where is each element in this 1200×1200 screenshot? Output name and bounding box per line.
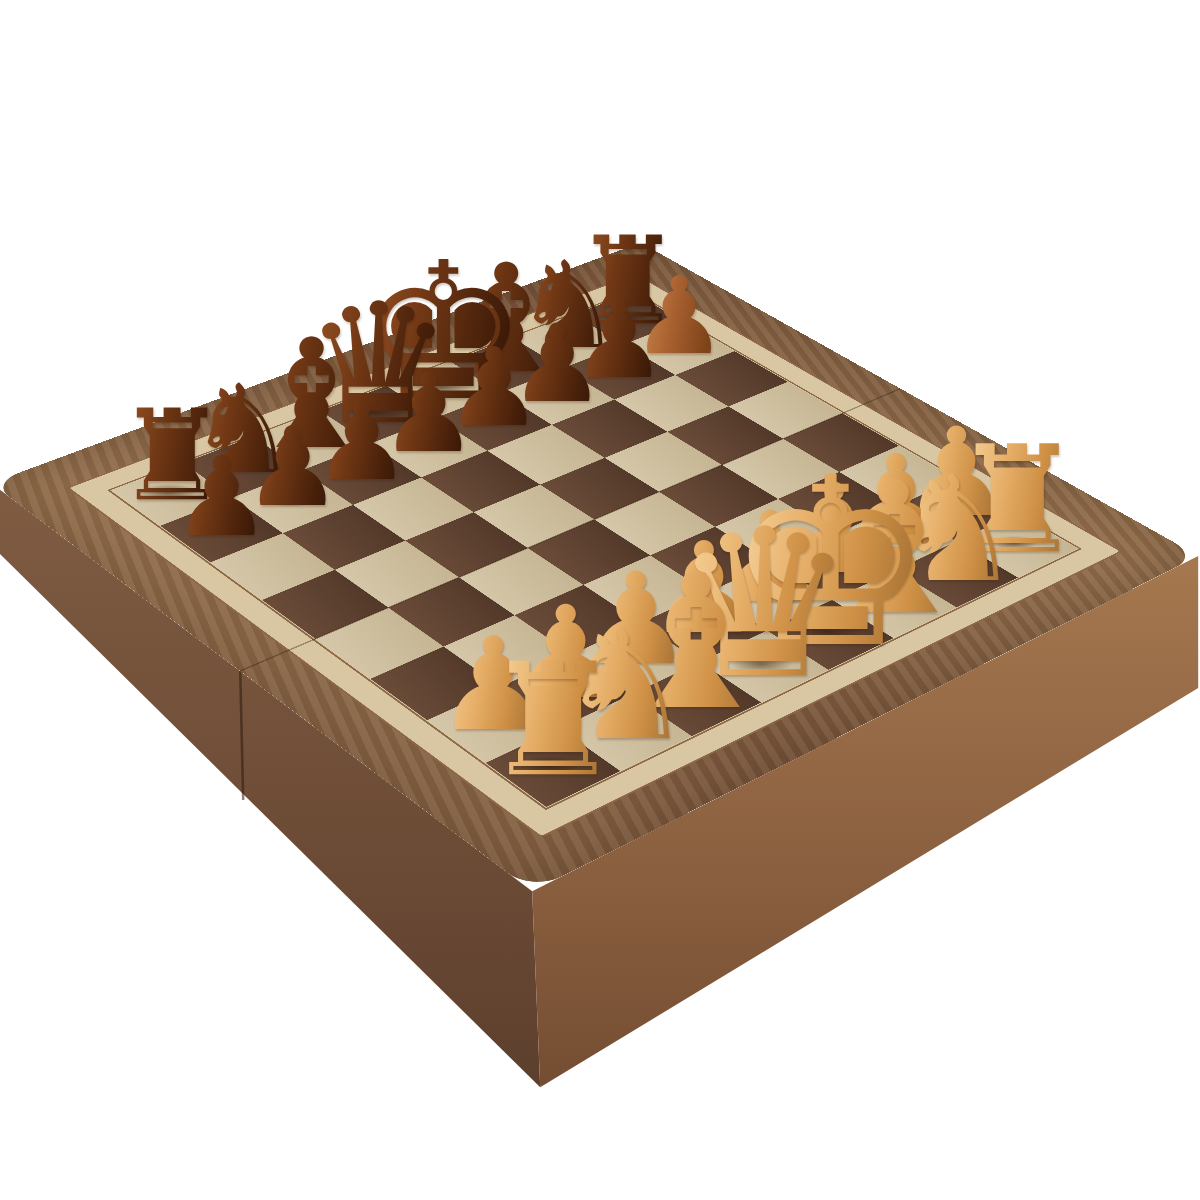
product-photo-scene: ♜♞♟♝♟♚♟♛♟♝♟♞♟♜♟♟♟♟♜♟♞♟♝♟♚♟♛♟♝♟♞♜ [0,0,1200,1200]
